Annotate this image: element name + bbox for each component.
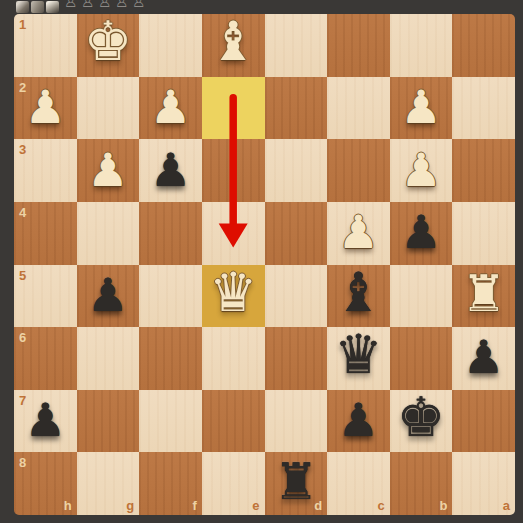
square-f3[interactable]: ♟ xyxy=(139,139,202,202)
square-h3[interactable]: 3 xyxy=(14,139,77,202)
square-b1[interactable] xyxy=(390,14,453,77)
square-h7[interactable]: 7♟ xyxy=(14,390,77,453)
square-b4[interactable]: ♟ xyxy=(390,202,453,265)
square-g5[interactable]: ♟ xyxy=(77,265,140,328)
square-g6[interactable] xyxy=(77,327,140,390)
white-queen-icon[interactable]: ♛ xyxy=(209,266,257,320)
square-d8[interactable]: d♜ xyxy=(265,452,328,515)
square-c6[interactable]: ♛ xyxy=(327,327,390,390)
black-pawn-icon[interactable]: ♟ xyxy=(150,147,191,193)
square-b7[interactable]: ♚ xyxy=(390,390,453,453)
rank-label-4: 4 xyxy=(19,206,26,219)
square-c1[interactable] xyxy=(327,14,390,77)
square-h6[interactable]: 6 xyxy=(14,327,77,390)
square-h8[interactable]: 8h xyxy=(14,452,77,515)
square-h1[interactable]: 1 xyxy=(14,14,77,77)
square-h2[interactable]: 2♟ xyxy=(14,77,77,140)
square-f7[interactable] xyxy=(139,390,202,453)
captured-piece-thumbnail xyxy=(16,1,29,13)
white-pawn-icon[interactable]: ♟ xyxy=(400,147,441,193)
square-e2[interactable] xyxy=(202,77,265,140)
square-e4[interactable] xyxy=(202,202,265,265)
file-label-e: e xyxy=(252,499,259,512)
square-f4[interactable] xyxy=(139,202,202,265)
file-label-a: a xyxy=(503,499,510,512)
square-f8[interactable]: f xyxy=(139,452,202,515)
black-pawn-icon[interactable]: ♟ xyxy=(400,209,441,255)
chess-app: ♙♙♙♙♙ 1♚♝2♟♟♟3♟♟♟4♟♟5♟♛♝♜6♛♟7♟♟♚8hgfed♜c… xyxy=(0,0,523,523)
captured-pawn-icon: ♙ xyxy=(132,0,145,11)
square-a2[interactable] xyxy=(452,77,515,140)
black-pawn-icon[interactable]: ♟ xyxy=(338,397,379,443)
file-label-g: g xyxy=(126,499,134,512)
black-rook-icon[interactable]: ♜ xyxy=(273,457,318,507)
square-f6[interactable] xyxy=(139,327,202,390)
white-bishop-icon[interactable]: ♝ xyxy=(209,15,257,69)
square-c8[interactable]: c xyxy=(327,452,390,515)
captured-pawn-icon: ♙ xyxy=(64,0,77,11)
square-e7[interactable] xyxy=(202,390,265,453)
square-d4[interactable] xyxy=(265,202,328,265)
square-c2[interactable] xyxy=(327,77,390,140)
square-e5[interactable]: ♛ xyxy=(202,265,265,328)
square-f2[interactable]: ♟ xyxy=(139,77,202,140)
square-c7[interactable]: ♟ xyxy=(327,390,390,453)
square-e1[interactable]: ♝ xyxy=(202,14,265,77)
square-a4[interactable] xyxy=(452,202,515,265)
rank-label-3: 3 xyxy=(19,143,26,156)
square-b3[interactable]: ♟ xyxy=(390,139,453,202)
square-c5[interactable]: ♝ xyxy=(327,265,390,328)
square-d7[interactable] xyxy=(265,390,328,453)
square-g3[interactable]: ♟ xyxy=(77,139,140,202)
white-rook-icon[interactable]: ♜ xyxy=(461,269,506,319)
file-label-c: c xyxy=(378,499,385,512)
black-pawn-icon[interactable]: ♟ xyxy=(463,334,504,380)
square-e3[interactable] xyxy=(202,139,265,202)
square-d6[interactable] xyxy=(265,327,328,390)
square-a5[interactable]: ♜ xyxy=(452,265,515,328)
square-g2[interactable] xyxy=(77,77,140,140)
square-h5[interactable]: 5 xyxy=(14,265,77,328)
captured-pawn-icon: ♙ xyxy=(115,0,128,11)
rank-label-8: 8 xyxy=(19,456,26,469)
square-b2[interactable]: ♟ xyxy=(390,77,453,140)
white-pawn-icon[interactable]: ♟ xyxy=(338,209,379,255)
square-b6[interactable] xyxy=(390,327,453,390)
square-g7[interactable] xyxy=(77,390,140,453)
square-e8[interactable]: e xyxy=(202,452,265,515)
square-g4[interactable] xyxy=(77,202,140,265)
white-king-icon[interactable]: ♚ xyxy=(84,15,132,69)
square-d2[interactable] xyxy=(265,77,328,140)
captured-piece-thumbnail xyxy=(46,1,59,13)
captured-pieces-bar: ♙♙♙♙♙ xyxy=(0,0,523,14)
square-b5[interactable] xyxy=(390,265,453,328)
square-c3[interactable] xyxy=(327,139,390,202)
black-pawn-icon[interactable]: ♟ xyxy=(25,397,66,443)
square-d5[interactable] xyxy=(265,265,328,328)
rank-label-5: 5 xyxy=(19,269,26,282)
square-h4[interactable]: 4 xyxy=(14,202,77,265)
rank-label-6: 6 xyxy=(19,331,26,344)
chess-board[interactable]: 1♚♝2♟♟♟3♟♟♟4♟♟5♟♛♝♜6♛♟7♟♟♚8hgfed♜cba xyxy=(14,14,515,515)
square-a6[interactable]: ♟ xyxy=(452,327,515,390)
square-d1[interactable] xyxy=(265,14,328,77)
white-pawn-icon[interactable]: ♟ xyxy=(87,147,128,193)
file-label-h: h xyxy=(64,499,72,512)
captured-piece-thumbnail xyxy=(31,1,44,13)
file-label-f: f xyxy=(193,499,197,512)
square-c4[interactable]: ♟ xyxy=(327,202,390,265)
captured-pawn-icon: ♙ xyxy=(81,0,94,11)
white-pawn-icon[interactable]: ♟ xyxy=(400,84,441,130)
white-pawn-icon[interactable]: ♟ xyxy=(25,84,66,130)
square-f1[interactable] xyxy=(139,14,202,77)
square-d3[interactable] xyxy=(265,139,328,202)
square-a3[interactable] xyxy=(452,139,515,202)
square-g8[interactable]: g xyxy=(77,452,140,515)
black-queen-icon[interactable]: ♛ xyxy=(334,328,382,382)
file-label-b: b xyxy=(439,499,447,512)
white-pawn-icon[interactable]: ♟ xyxy=(150,84,191,130)
black-pawn-icon[interactable]: ♟ xyxy=(87,272,128,318)
square-a8[interactable]: a xyxy=(452,452,515,515)
captured-pawn-icon: ♙ xyxy=(98,0,111,11)
black-bishop-icon[interactable]: ♝ xyxy=(334,266,382,320)
square-f5[interactable] xyxy=(139,265,202,328)
square-g1[interactable]: ♚ xyxy=(77,14,140,77)
black-king-icon[interactable]: ♚ xyxy=(397,391,445,445)
square-e6[interactable] xyxy=(202,327,265,390)
square-a1[interactable] xyxy=(452,14,515,77)
square-b8[interactable]: b xyxy=(390,452,453,515)
rank-label-1: 1 xyxy=(19,18,26,31)
square-a7[interactable] xyxy=(452,390,515,453)
